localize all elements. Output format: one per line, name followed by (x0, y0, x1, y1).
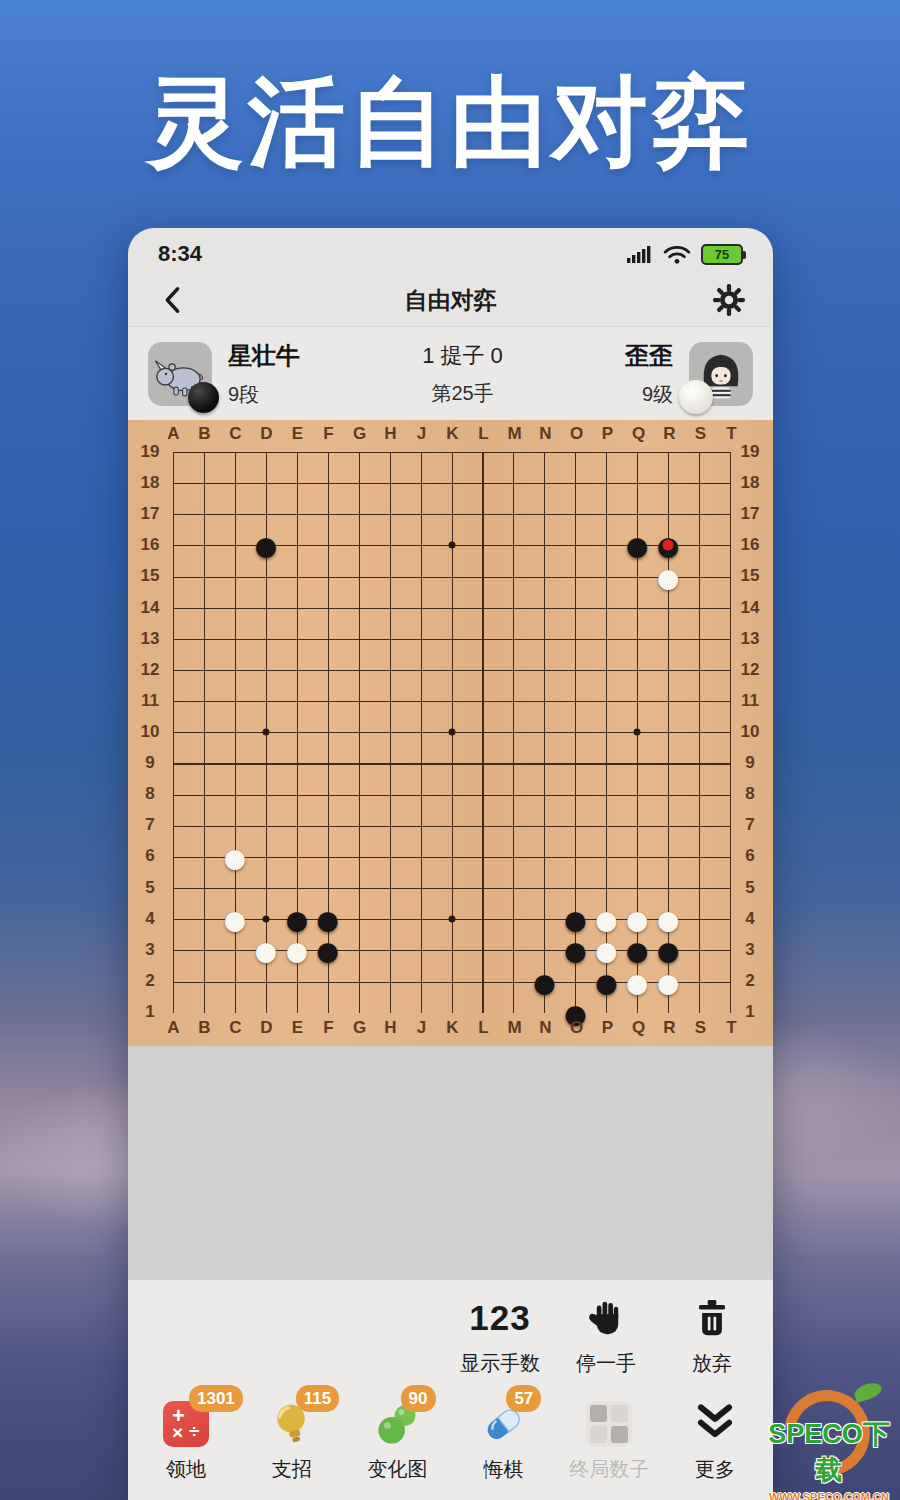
column-label: D (251, 1018, 282, 1042)
column-label: C (220, 1018, 251, 1042)
black-stone-P2: ● (589, 965, 623, 999)
star-point (448, 542, 455, 549)
row-label: 7 (130, 810, 170, 841)
white-stone-Q2: ● (620, 965, 654, 999)
row-label: 8 (730, 779, 770, 810)
white-stone-E3: ● (280, 933, 314, 967)
column-labels-bottom: ABCDEFGHJKLMNOPQRST (158, 1018, 747, 1042)
row-label: 14 (730, 592, 770, 623)
black-stone-indicator (188, 382, 219, 413)
row-label: 8 (130, 779, 170, 810)
column-label: B (189, 1018, 220, 1042)
star-point (262, 916, 269, 923)
variation-badge: 90 (401, 1385, 436, 1412)
black-player-avatar (148, 342, 212, 406)
row-label: 6 (130, 841, 170, 872)
white-stone-C4: ● (218, 902, 252, 936)
white-player-name: 歪歪 (625, 340, 673, 372)
row-label: 3 (730, 934, 770, 965)
column-label: H (375, 424, 406, 448)
column-label: G (344, 424, 375, 448)
row-label: 10 (130, 716, 170, 747)
row-label: 15 (130, 561, 170, 592)
row-label: 18 (730, 468, 770, 499)
column-label: H (375, 1018, 406, 1042)
column-label: S (685, 424, 716, 448)
column-label: M (499, 1018, 530, 1042)
move-counter: 第25手 (431, 380, 493, 407)
row-label: 2 (130, 965, 170, 996)
battery-icon: 75 (701, 244, 743, 265)
star-point (448, 729, 455, 736)
black-stone-O3: ● (558, 933, 592, 967)
row-label: 2 (730, 965, 770, 996)
row-label: 17 (730, 499, 770, 530)
last-move-marker (663, 540, 674, 551)
territory-button[interactable]: +×÷ 1301 领地 (136, 1398, 236, 1483)
row-label: 3 (130, 934, 170, 965)
clock: 8:34 (158, 241, 202, 267)
row-labels-right: 19181716151413121110987654321 (730, 437, 770, 1028)
watermark-title: SPECO下载 (758, 1416, 900, 1488)
variation-diagram-button[interactable]: 90 变化图 (348, 1398, 448, 1483)
column-label: K (437, 424, 468, 448)
column-label: Q (623, 424, 654, 448)
capture-count: 1 提子 0 (422, 341, 503, 371)
column-labels-top: ABCDEFGHJKLMNOPQRST (158, 424, 747, 448)
row-label: 9 (130, 748, 170, 779)
column-label: L (468, 1018, 499, 1042)
column-label: O (561, 424, 592, 448)
black-player-rank: 9段 (228, 381, 300, 408)
column-label: Q (623, 1018, 654, 1042)
black-stone-D16: ● (249, 528, 283, 562)
column-label: S (685, 1018, 716, 1042)
row-label: 11 (130, 685, 170, 716)
toolbar-secondary-row: +×÷ 1301 领地 115 (136, 1398, 765, 1483)
show-move-numbers-button[interactable]: 123 显示手数 (447, 1292, 553, 1377)
row-label: 19 (130, 437, 170, 468)
resign-button[interactable]: 放弃 (659, 1292, 765, 1377)
back-button[interactable] (154, 282, 190, 318)
row-label: 16 (730, 530, 770, 561)
phone-card: 8:34 75 自由对弈 (128, 228, 773, 1500)
row-label: 17 (130, 499, 170, 530)
chevrons-down-icon (692, 1402, 738, 1446)
column-label: J (406, 424, 437, 448)
black-stone-F3: ● (311, 933, 345, 967)
battery-level: 75 (715, 247, 729, 262)
row-label: 10 (730, 716, 770, 747)
screen-title: 自由对弈 (128, 285, 773, 316)
row-label: 14 (130, 592, 170, 623)
signal-icon (627, 244, 653, 264)
status-bar: 8:34 75 (128, 236, 773, 272)
column-label: L (468, 424, 499, 448)
column-label: G (344, 1018, 375, 1042)
white-stone-D3: ● (249, 933, 283, 967)
column-label: R (654, 1018, 685, 1042)
column-label: K (437, 1018, 468, 1042)
column-label: D (251, 424, 282, 448)
row-label: 13 (130, 623, 170, 654)
column-label: N (530, 424, 561, 448)
row-label: 4 (730, 903, 770, 934)
star-point (448, 916, 455, 923)
go-board: ABCDEFGHJKLMNOPQRST 19181716151413121110… (128, 420, 773, 1046)
territory-badge: 1301 (189, 1385, 243, 1412)
undo-badge: 57 (506, 1385, 541, 1412)
undo-button[interactable]: 57 悔棋 (453, 1398, 553, 1483)
page-title: 灵活自由对弈 (0, 58, 900, 189)
more-button[interactable]: 更多 (665, 1398, 765, 1483)
white-player-rank: 9级 (642, 381, 673, 408)
black-stone-N2: ● (527, 965, 561, 999)
star-point (262, 729, 269, 736)
column-label: E (282, 424, 313, 448)
watermark-leaf-icon (852, 1380, 883, 1403)
column-label: E (282, 1018, 313, 1042)
row-labels-left: 19181716151413121110987654321 (130, 437, 170, 1028)
watermark-url: WWW.SPECO.COM.CN (758, 1491, 900, 1500)
row-label: 5 (130, 872, 170, 903)
board-lower-spacer (128, 1046, 773, 1280)
star-point (634, 729, 641, 736)
row-label: 4 (130, 903, 170, 934)
player-info-bar: 星壮牛 9段 1 提子 0 第25手 歪歪 9级 (128, 326, 773, 420)
row-label: 12 (730, 654, 770, 685)
row-label: 19 (730, 437, 770, 468)
board-grid[interactable]: ●●●●●●●●●●●●●●●●●●●●●●●● (173, 452, 731, 1013)
column-label: O (561, 1018, 592, 1042)
white-stone-R15: ● (651, 560, 685, 594)
row-label: 7 (730, 810, 770, 841)
hand-icon (586, 1296, 626, 1340)
column-label: F (313, 1018, 344, 1042)
hint-badge: 115 (296, 1385, 339, 1412)
settings-button[interactable] (711, 282, 747, 318)
column-label: C (220, 424, 251, 448)
nav-bar: 自由对弈 (128, 274, 773, 326)
black-stone-Q16: ● (620, 528, 654, 562)
column-label: N (530, 1018, 561, 1042)
column-label: R (654, 424, 685, 448)
bottom-toolbar: 123 显示手数 停一手 (128, 1280, 773, 1500)
white-stone-R2: ● (651, 965, 685, 999)
row-label: 5 (730, 872, 770, 903)
chevron-left-icon (160, 285, 184, 315)
row-label: 13 (730, 623, 770, 654)
column-label: F (313, 424, 344, 448)
123-icon: 123 (469, 1298, 530, 1338)
trash-icon (692, 1297, 732, 1339)
column-label: P (592, 424, 623, 448)
black-player-name: 星壮牛 (228, 340, 300, 372)
row-label: 18 (130, 468, 170, 499)
row-label: 16 (130, 530, 170, 561)
row-label: 15 (730, 561, 770, 592)
row-label: 12 (130, 654, 170, 685)
white-stone-C6: ● (218, 840, 252, 874)
column-label: B (189, 424, 220, 448)
white-player-avatar (689, 342, 753, 406)
column-label: P (592, 1018, 623, 1042)
row-label: 9 (730, 748, 770, 779)
column-label: M (499, 424, 530, 448)
gear-icon (712, 283, 746, 317)
final-count-button[interactable]: 终局数子 (559, 1398, 659, 1483)
column-label: T (716, 1018, 747, 1042)
count-grid-icon (586, 1401, 632, 1447)
wifi-icon (662, 243, 692, 265)
row-label: 11 (730, 685, 770, 716)
pass-button[interactable]: 停一手 (553, 1292, 659, 1377)
toolbar-primary-row: 123 显示手数 停一手 (447, 1292, 765, 1377)
column-label: J (406, 1018, 437, 1042)
watermark: SPECO下载 WWW.SPECO.COM.CN (758, 1388, 900, 1500)
hint-button[interactable]: 115 支招 (242, 1398, 342, 1483)
column-label: A (158, 1018, 189, 1042)
row-label: 6 (730, 841, 770, 872)
white-stone-indicator (679, 380, 713, 414)
